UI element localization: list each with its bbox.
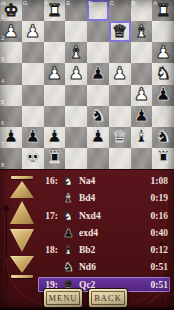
square-c7[interactable]: ♛: [109, 127, 131, 148]
white-king-piece: ♚: [3, 2, 18, 19]
marble-texture: [87, 21, 109, 42]
white-pawn-piece: ♟: [47, 65, 62, 82]
white-rook-piece: ♜: [47, 2, 62, 19]
back-button-frame: BACK: [91, 291, 125, 305]
move-row-Na4[interactable]: 16:♞Na41:08: [0, 173, 174, 189]
black-pawn-piece: ♟: [90, 65, 105, 82]
marble-texture: [87, 85, 109, 106]
black-rook-piece: ♜: [156, 149, 171, 166]
menu-button-label: MENU: [48, 293, 77, 303]
move-row-exd4[interactable]: ♟exd40:40: [0, 225, 174, 241]
rank-label-8: 8: [1, 162, 4, 169]
square-e6[interactable]: [65, 106, 87, 127]
square-h2[interactable]: 2♟: [0, 21, 22, 42]
marble-texture: [87, 42, 109, 63]
square-g2[interactable]: ♟: [22, 21, 44, 42]
square-d4[interactable]: ♟: [87, 63, 109, 84]
square-e5[interactable]: [65, 85, 87, 106]
file-label-c: C: [110, 0, 114, 7]
square-g4[interactable]: [22, 63, 44, 84]
black-queen-piece: ♛: [112, 128, 127, 145]
file-label-h: H: [1, 0, 5, 7]
white-pawn-piece: ♟: [69, 65, 84, 82]
square-b1[interactable]: B: [131, 0, 153, 21]
black-pawn-icon: ♟: [60, 225, 77, 241]
square-c6[interactable]: [109, 106, 131, 127]
square-g6[interactable]: [22, 106, 44, 127]
square-f4[interactable]: ♟: [44, 63, 66, 84]
square-g8[interactable]: ♚: [22, 148, 44, 169]
marble-texture: [44, 21, 66, 42]
file-label-d: D: [88, 0, 92, 7]
back-button[interactable]: BACK: [88, 288, 128, 308]
chess-app-screen: H1♚GF♜EDCBA♜2♟♟♛♝3♝♟4♟♟♟♟♞5♟♟6♞♟7♟♟♟♟♛♝♞…: [0, 0, 174, 310]
menu-button-frame: MENU: [46, 291, 80, 305]
move-row-Nxd4[interactable]: 17:♞Nxd40:16: [0, 208, 174, 224]
move-san: Bd4: [79, 190, 95, 206]
marble-texture: [22, 42, 44, 63]
square-f5[interactable]: [44, 85, 66, 106]
black-pawn-piece: ♟: [25, 128, 40, 145]
square-b7[interactable]: ♝: [131, 127, 153, 148]
marble-texture: [131, 148, 153, 169]
square-a4[interactable]: ♞: [152, 63, 174, 84]
square-h4[interactable]: 4: [0, 63, 22, 84]
black-king-piece: ♚: [25, 149, 40, 166]
square-f3[interactable]: [44, 42, 66, 63]
marble-texture: [109, 85, 131, 106]
marble-texture: [65, 85, 87, 106]
square-c1[interactable]: C: [109, 0, 131, 21]
square-a3[interactable]: ♟: [152, 42, 174, 63]
back-button-label: BACK: [94, 293, 122, 303]
square-d6[interactable]: ♞: [87, 106, 109, 127]
square-c4[interactable]: ♟: [109, 63, 131, 84]
square-a7[interactable]: ♞: [152, 127, 174, 148]
square-d8[interactable]: [87, 148, 109, 169]
square-e4[interactable]: ♟: [65, 63, 87, 84]
square-b6[interactable]: ♟: [131, 106, 153, 127]
white-knight-piece: ♞: [156, 65, 171, 82]
file-label-a: A: [153, 0, 157, 7]
square-f7[interactable]: ♟: [44, 127, 66, 148]
white-knight-icon: ♞: [60, 173, 77, 189]
marble-texture: [22, 63, 44, 84]
square-h3[interactable]: 3: [0, 42, 22, 63]
move-san: Na4: [79, 173, 95, 189]
rank-label-7: 7: [1, 141, 4, 148]
move-clock-time: 0:19: [151, 190, 168, 206]
file-label-e: E: [66, 0, 70, 7]
square-c8[interactable]: [109, 148, 131, 169]
move-row-Bd4[interactable]: ♝Bd40:19: [0, 190, 174, 206]
square-f8[interactable]: ♜: [44, 148, 66, 169]
square-e3[interactable]: ♝: [65, 42, 87, 63]
move-san: Nxd4: [79, 208, 101, 224]
marble-texture: [65, 148, 87, 169]
square-e8[interactable]: [65, 148, 87, 169]
black-rook-piece: ♜: [47, 149, 62, 166]
square-e2[interactable]: [65, 21, 87, 42]
square-f6[interactable]: [44, 106, 66, 127]
square-g1[interactable]: G: [22, 0, 44, 21]
move-san: Nd6: [79, 259, 96, 275]
move-number: 18:: [0, 242, 58, 258]
square-h7[interactable]: 7♟: [0, 127, 22, 148]
square-d7[interactable]: ♟: [87, 127, 109, 148]
black-knight-icon: ♞: [60, 259, 77, 275]
square-h5[interactable]: 5: [0, 85, 22, 106]
square-a1[interactable]: A♜: [152, 0, 174, 21]
square-a5[interactable]: ♟: [152, 85, 174, 106]
square-a8[interactable]: ♜: [152, 148, 174, 169]
marble-texture: [131, 63, 153, 84]
square-c5[interactable]: [109, 85, 131, 106]
black-pawn-piece: ♟: [47, 128, 62, 145]
black-bishop-piece: ♝: [134, 128, 149, 145]
move-clock-time: 0:51: [151, 259, 168, 275]
square-a2[interactable]: [152, 21, 174, 42]
square-e7[interactable]: [65, 127, 87, 148]
square-h6[interactable]: 6: [0, 106, 22, 127]
rank-label-6: 6: [1, 120, 4, 127]
white-knight-icon: ♞: [60, 208, 77, 224]
move-number: 16:: [0, 173, 58, 189]
black-pawn-piece: ♟: [156, 86, 171, 103]
move-row-Bb2[interactable]: 18:♝Bb20:12: [0, 242, 174, 258]
menu-button[interactable]: MENU: [43, 288, 83, 308]
square-f1[interactable]: F♜: [44, 0, 66, 21]
black-pawn-piece: ♟: [3, 128, 18, 145]
white-pawn-piece: ♟: [112, 65, 127, 82]
move-clock-time: 1:08: [151, 173, 168, 189]
square-c3[interactable]: [109, 42, 131, 63]
move-number: 17:: [0, 208, 58, 224]
marble-texture: [44, 106, 66, 127]
rank-label-5: 5: [1, 99, 4, 106]
white-pawn-piece: ♟: [25, 23, 40, 40]
rank-label-2: 2: [1, 35, 4, 42]
black-pawn-piece: ♟: [90, 128, 105, 145]
black-knight-piece: ♞: [156, 128, 171, 145]
square-b3[interactable]: [131, 42, 153, 63]
marble-texture: [109, 42, 131, 63]
marble-texture: [87, 148, 109, 169]
move-san: Bb2: [79, 242, 95, 258]
square-b5[interactable]: ♟: [131, 85, 153, 106]
marble-texture: [65, 127, 87, 148]
marble-texture: [131, 42, 153, 63]
move-row-Qc2[interactable]: 19:♛Qc20:51: [0, 277, 174, 293]
marble-texture: [109, 148, 131, 169]
square-b2[interactable]: ♝: [131, 21, 153, 42]
black-knight-piece: ♞: [90, 107, 105, 124]
move-clock-time: 0:12: [151, 242, 168, 258]
square-a6[interactable]: [152, 106, 174, 127]
square-b4[interactable]: [131, 63, 153, 84]
black-bishop-icon: ♝: [60, 190, 77, 206]
square-h8[interactable]: 8: [0, 148, 22, 169]
white-bishop-piece: ♝: [69, 44, 84, 61]
move-clock-time: 0:51: [151, 277, 168, 293]
chess-board: H1♚GF♜EDCBA♜2♟♟♛♝3♝♟4♟♟♟♟♞5♟♟6♞♟7♟♟♟♟♛♝♞…: [0, 0, 174, 170]
square-c2[interactable]: ♛: [109, 21, 131, 42]
white-queen-piece: ♛: [112, 23, 127, 40]
square-d5[interactable]: [87, 85, 109, 106]
white-bishop-piece: ♝: [134, 23, 149, 40]
rank-label-3: 3: [1, 56, 4, 63]
square-g3[interactable]: [22, 42, 44, 63]
square-g5[interactable]: [22, 85, 44, 106]
square-d1[interactable]: D: [87, 0, 109, 21]
white-pawn-piece: ♟: [3, 23, 18, 40]
square-f2[interactable]: [44, 21, 66, 42]
move-row-Nd6[interactable]: ♞Nd60:51: [0, 259, 174, 275]
square-d3[interactable]: [87, 42, 109, 63]
file-label-g: G: [23, 0, 28, 7]
white-bishop-icon: ♝: [60, 242, 77, 258]
rank-label-4: 4: [1, 78, 4, 85]
move-clock-time: 0:40: [151, 225, 168, 241]
marble-texture: [22, 85, 44, 106]
marble-texture: [22, 106, 44, 127]
file-label-f: F: [45, 0, 49, 7]
move-san: exd4: [79, 225, 98, 241]
white-pawn-piece: ♟: [156, 44, 171, 61]
marble-texture: [44, 85, 66, 106]
marble-texture: [65, 21, 87, 42]
file-label-b: B: [132, 0, 136, 7]
marble-texture: [44, 42, 66, 63]
square-h1[interactable]: H1♚: [0, 0, 22, 21]
move-clock-time: 0:16: [151, 208, 168, 224]
square-b8[interactable]: [131, 148, 153, 169]
marble-texture: [152, 21, 174, 42]
square-g7[interactable]: ♟: [22, 127, 44, 148]
square-d2[interactable]: [87, 21, 109, 42]
black-pawn-piece: ♟: [134, 107, 149, 124]
white-rook-piece: ♜: [156, 2, 171, 19]
rank-label-1: 1: [1, 14, 4, 21]
marble-texture: [109, 106, 131, 127]
white-pawn-piece: ♟: [134, 86, 149, 103]
marble-texture: [65, 106, 87, 127]
square-e1[interactable]: E: [65, 0, 87, 21]
marble-texture: [152, 106, 174, 127]
